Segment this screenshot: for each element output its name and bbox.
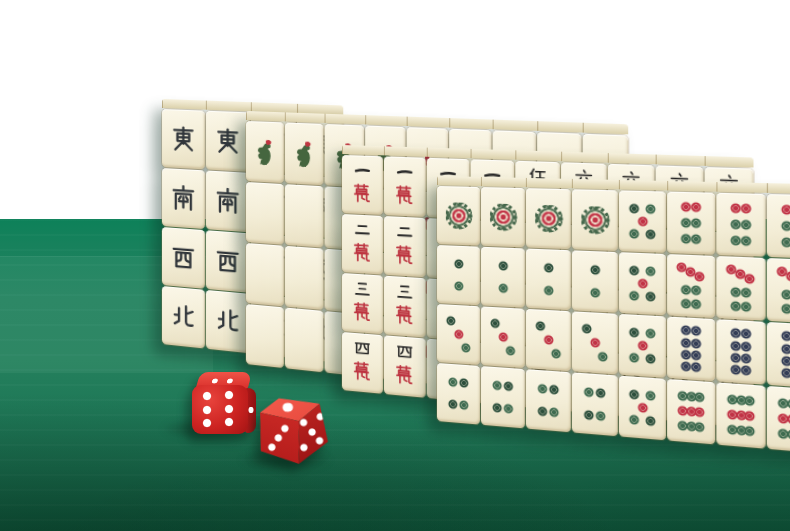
tile-E[interactable] <box>162 109 205 169</box>
tile-2p[interactable] <box>526 248 571 310</box>
tile-1s[interactable] <box>246 121 284 183</box>
tile-2p[interactable] <box>481 247 525 308</box>
tile-2m[interactable] <box>342 214 383 275</box>
tile-4p[interactable] <box>526 369 571 432</box>
tile-1p[interactable] <box>572 189 618 251</box>
tile-4m[interactable] <box>342 332 383 394</box>
tile-7p[interactable] <box>716 256 765 321</box>
tile-W[interactable] <box>206 230 250 293</box>
tile-3s[interactable] <box>246 243 284 306</box>
tile-1m[interactable] <box>342 155 383 215</box>
tile-4m[interactable] <box>384 335 426 398</box>
tile-9p[interactable] <box>716 382 765 448</box>
tile-1p[interactable] <box>481 187 525 247</box>
tile-8p[interactable] <box>667 317 715 382</box>
tile-2p[interactable] <box>572 250 618 312</box>
tile-3m[interactable] <box>342 273 383 334</box>
tile-3p[interactable] <box>437 304 480 365</box>
tile-2s[interactable] <box>285 184 324 247</box>
tile-2p[interactable] <box>437 245 480 305</box>
tile-S[interactable] <box>206 170 250 232</box>
tile-3p[interactable] <box>481 306 525 368</box>
tile-6p[interactable] <box>716 193 765 257</box>
tile-2m[interactable] <box>384 216 426 277</box>
tile-3p[interactable] <box>526 309 571 371</box>
tile-5p[interactable] <box>619 252 666 315</box>
tile-6p[interactable] <box>767 194 790 259</box>
tile-3m[interactable] <box>384 276 426 338</box>
tile-4p[interactable] <box>481 366 525 428</box>
die-right[interactable] <box>257 394 333 468</box>
tile-7p[interactable] <box>667 254 715 318</box>
tile-S[interactable] <box>162 168 205 229</box>
tile-W[interactable] <box>162 227 205 289</box>
tile-8p[interactable] <box>716 319 765 385</box>
tile-4p[interactable] <box>572 372 618 436</box>
die-left[interactable] <box>192 372 258 436</box>
tile-1m[interactable] <box>384 156 426 217</box>
tile-E[interactable] <box>206 111 250 172</box>
tile-4s[interactable] <box>285 307 324 372</box>
tile-9p[interactable] <box>767 386 790 453</box>
tile-6p[interactable] <box>667 192 715 255</box>
tile-4s[interactable] <box>246 304 284 368</box>
tile-5p[interactable] <box>619 190 666 253</box>
tile-7p[interactable] <box>767 258 790 324</box>
tile-3s[interactable] <box>285 246 324 310</box>
tile-5p[interactable] <box>619 314 666 378</box>
tile-N[interactable] <box>206 290 250 353</box>
tile-4p[interactable] <box>437 363 480 425</box>
tile-5p[interactable] <box>619 376 666 441</box>
tile-N[interactable] <box>162 286 205 349</box>
tile-2s[interactable] <box>246 182 284 245</box>
die-front-face <box>192 385 248 434</box>
tile-9p[interactable] <box>667 379 715 444</box>
tile-3p[interactable] <box>572 311 618 374</box>
wall-circles <box>437 176 790 459</box>
tile-1p[interactable] <box>526 188 571 249</box>
mahjong-scene <box>0 0 790 531</box>
tile-1p[interactable] <box>437 186 480 246</box>
tile-8p[interactable] <box>767 322 790 388</box>
tile-1s[interactable] <box>285 122 324 185</box>
